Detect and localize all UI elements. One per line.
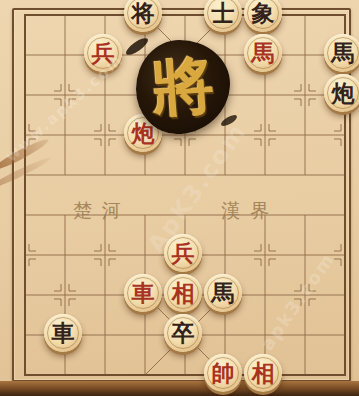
piece-red-soldier-a[interactable]: 兵 [84,34,122,72]
piece-character: 帥 [212,361,235,384]
piece-black-horse-b[interactable]: 馬 [204,274,242,312]
piece-character: 炮 [332,81,355,104]
xiangqi-app-screen: 楚河 漢界 将士象兵馬馬炮炮兵車相馬車卒帥相 將 www.apk3.com Ap… [0,0,359,396]
piece-character: 卒 [172,321,195,344]
xiangqi-board[interactable]: 楚河 漢界 将士象兵馬馬炮炮兵車相馬車卒帥相 [25,15,345,375]
piece-character: 車 [52,321,75,344]
piece-red-elephant-b[interactable]: 相 [244,354,282,392]
piece-character: 士 [212,1,235,24]
piece-black-cannon[interactable]: 炮 [324,74,359,112]
piece-character: 兵 [172,241,195,264]
piece-character: 将 [132,1,155,24]
piece-red-soldier-b[interactable]: 兵 [164,234,202,272]
piece-character: 兵 [92,41,115,64]
piece-character: 馬 [332,41,355,64]
piece-character: 馬 [252,41,275,64]
piece-character: 相 [172,281,195,304]
piece-character: 象 [252,1,275,24]
piece-black-soldier[interactable]: 卒 [164,314,202,352]
piece-red-elephant-a[interactable]: 相 [164,274,202,312]
piece-red-horse[interactable]: 馬 [244,34,282,72]
river-label-han-jie: 漢界 [221,196,279,224]
river-label-chu-he: 楚河 [73,196,131,224]
piece-black-horse-a[interactable]: 馬 [324,34,359,72]
piece-character: 馬 [212,281,235,304]
piece-red-general[interactable]: 帥 [204,354,242,392]
board-wood-base [0,381,359,396]
piece-black-chariot[interactable]: 車 [44,314,82,352]
piece-character: 炮 [132,121,155,144]
piece-red-cannon[interactable]: 炮 [124,114,162,152]
piece-character: 相 [252,361,275,384]
piece-character: 車 [132,281,155,304]
piece-red-chariot[interactable]: 車 [124,274,162,312]
